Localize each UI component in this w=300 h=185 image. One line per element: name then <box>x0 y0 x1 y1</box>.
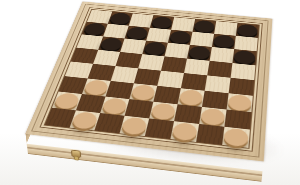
light-checker-piece[interactable]: ● <box>171 120 200 141</box>
playing-area: ●●●●●●●●●●●●●●●●●●●●●●●● <box>44 9 260 149</box>
checkers-box: ●●●●●●●●●●●●●●●●●●●●●●●● <box>27 10 272 171</box>
board-grid: ●●●●●●●●●●●●●●●●●●●●●●●● <box>45 10 259 148</box>
scene: ●●●●●●●●●●●●●●●●●●●●●●●● <box>55 0 267 185</box>
dark-checker-piece[interactable]: ● <box>187 44 212 60</box>
product-photo: ●●●●●●●●●●●●●●●●●●●●●●●● <box>0 0 300 185</box>
dark-checker-piece[interactable]: ● <box>233 48 257 64</box>
light-checker-piece[interactable]: ● <box>227 92 253 111</box>
board-top-face: ●●●●●●●●●●●●●●●●●●●●●●●● <box>25 2 272 162</box>
dark-checker-piece[interactable]: ● <box>212 33 236 48</box>
square-g1[interactable] <box>196 124 224 145</box>
light-checker-piece[interactable]: ● <box>199 105 226 125</box>
light-checker-piece[interactable]: ● <box>222 125 250 146</box>
dark-checker-piece[interactable]: ● <box>236 22 259 37</box>
square-h1[interactable]: ● <box>222 127 250 148</box>
brass-clasp <box>70 150 83 162</box>
square-f1[interactable]: ● <box>170 121 199 142</box>
clasp-loop-icon <box>74 156 80 161</box>
